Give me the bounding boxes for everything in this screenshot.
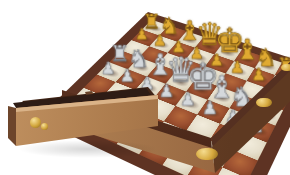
gold-foot-rear (281, 64, 290, 71)
stored-gold-piece: ♟ (55, 106, 63, 115)
piece-silver-pawn: ♟ (176, 92, 200, 108)
gold-foot-front (196, 148, 218, 160)
stored-silver-piece: ♟ (120, 97, 128, 106)
piece-gold-pawn: ♟ (247, 67, 270, 82)
piece-gold-pawn: ♟ (269, 74, 290, 90)
piece-gold-pawn: ♟ (149, 34, 170, 48)
drawer-knob (30, 117, 41, 128)
drawer-shadow (18, 140, 158, 158)
stored-gold-piece: ♟ (40, 107, 48, 116)
piece-silver-pawn: ♟ (155, 84, 178, 100)
stored-disc (114, 103, 119, 107)
chess-set-photo: ♜♞♝♛♚♝♞♜♟♟♟♟♟♟♟♟♜♞♝♛♚♝♞♜♟♟♟♟♟♟♟♟ ♟♟♟♟♟♟ (0, 0, 290, 175)
drawer-knob-tip (41, 123, 48, 130)
piece-silver-pawn: ♟ (220, 109, 245, 126)
stored-silver-piece: ♟ (111, 93, 119, 102)
gold-foot-right (256, 98, 272, 107)
stored-disc (106, 100, 111, 104)
piece-silver-pawn: ♟ (197, 100, 221, 117)
stored-disc (97, 102, 102, 106)
piece-silver-pawn: ♟ (243, 118, 268, 135)
